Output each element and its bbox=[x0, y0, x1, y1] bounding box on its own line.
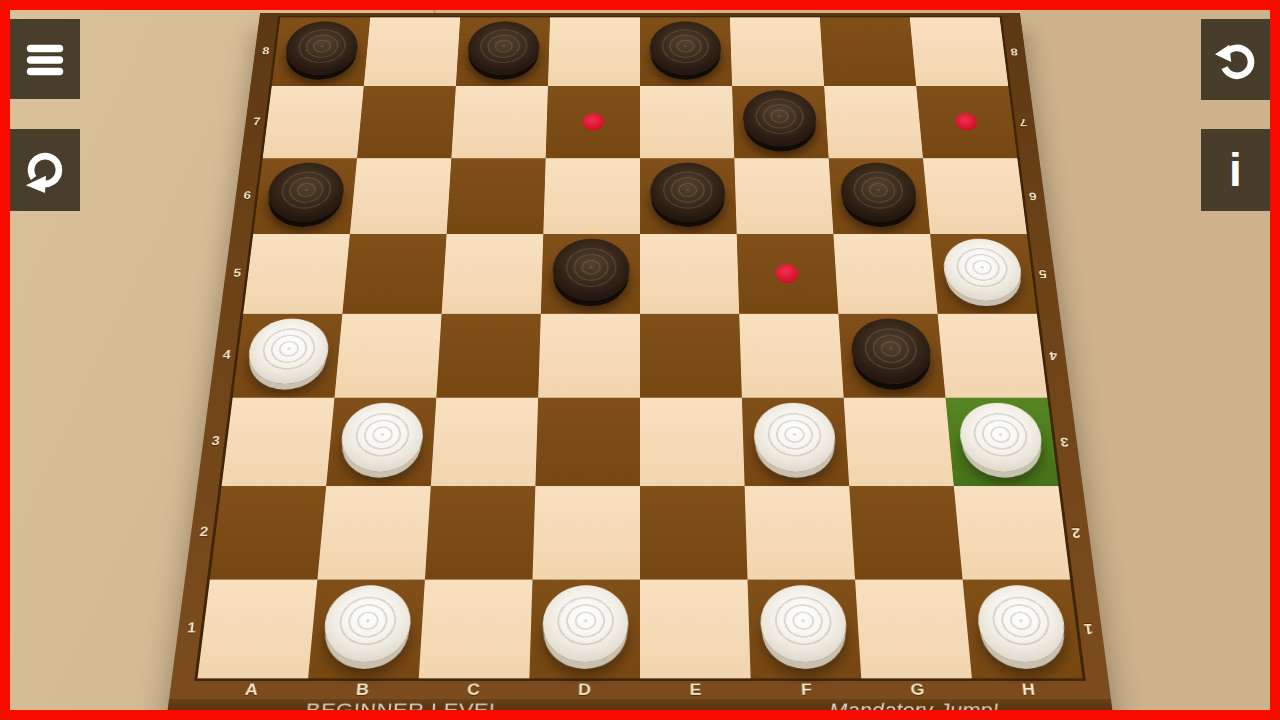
white-piece-d1[interactable] bbox=[542, 585, 629, 662]
file-label-e: E bbox=[640, 681, 751, 699]
piece-rings bbox=[764, 410, 826, 459]
square-a2[interactable] bbox=[210, 486, 326, 579]
square-a7[interactable] bbox=[263, 86, 364, 158]
square-f8[interactable] bbox=[730, 17, 824, 86]
square-d5[interactable] bbox=[541, 234, 640, 314]
square-a3[interactable] bbox=[222, 398, 335, 486]
square-h3[interactable] bbox=[946, 398, 1059, 486]
square-c4[interactable] bbox=[436, 314, 540, 398]
square-a8[interactable] bbox=[272, 17, 371, 86]
square-c6[interactable] bbox=[447, 158, 546, 234]
hamburger-menu-icon bbox=[22, 36, 68, 82]
file-label-g: G bbox=[861, 681, 973, 699]
square-h4[interactable] bbox=[938, 314, 1048, 398]
square-b3[interactable] bbox=[326, 398, 436, 486]
piece-rings bbox=[752, 96, 808, 136]
piece-rings bbox=[257, 326, 320, 373]
square-f7[interactable] bbox=[732, 86, 829, 158]
square-d6[interactable] bbox=[543, 158, 640, 234]
move-dot-d7[interactable] bbox=[582, 113, 604, 130]
black-piece-f7[interactable] bbox=[742, 90, 818, 146]
square-h8[interactable] bbox=[910, 17, 1009, 86]
file-label-d: D bbox=[529, 681, 640, 699]
piece-rings bbox=[350, 410, 414, 459]
square-g2[interactable] bbox=[849, 486, 962, 579]
white-piece-a4[interactable] bbox=[245, 319, 331, 384]
square-b6[interactable] bbox=[350, 158, 451, 234]
info-icon: i bbox=[1229, 147, 1242, 193]
square-a6[interactable] bbox=[253, 158, 357, 234]
checkers-board bbox=[197, 17, 1082, 678]
piece-rings bbox=[660, 169, 716, 211]
black-piece-c8[interactable] bbox=[466, 21, 540, 74]
rotate-board-button[interactable] bbox=[10, 129, 80, 211]
square-b5[interactable] bbox=[342, 234, 446, 314]
square-d3[interactable] bbox=[535, 398, 640, 486]
file-label-f: F bbox=[751, 681, 863, 699]
move-dot-f5[interactable] bbox=[775, 264, 799, 283]
white-piece-b3[interactable] bbox=[339, 403, 425, 472]
square-b1[interactable] bbox=[308, 580, 425, 679]
square-f1[interactable] bbox=[748, 580, 862, 679]
status-label: Mandatory Jump! bbox=[829, 699, 1000, 720]
square-d8[interactable] bbox=[548, 17, 640, 86]
piece-rings bbox=[293, 27, 350, 65]
square-c5[interactable] bbox=[442, 234, 544, 314]
menu-button[interactable] bbox=[10, 19, 80, 99]
square-d2[interactable] bbox=[532, 486, 640, 579]
square-b8[interactable] bbox=[364, 17, 460, 86]
white-piece-f1[interactable] bbox=[759, 585, 848, 662]
square-e5[interactable] bbox=[640, 234, 739, 314]
piece-rings bbox=[659, 27, 712, 65]
file-labels: ABCDEFGH bbox=[195, 681, 1085, 699]
black-piece-e6[interactable] bbox=[650, 163, 726, 222]
file-label-a: A bbox=[195, 681, 308, 699]
square-f2[interactable] bbox=[745, 486, 855, 579]
square-b7[interactable] bbox=[357, 86, 456, 158]
square-g7[interactable] bbox=[824, 86, 923, 158]
piece-rings bbox=[276, 169, 336, 211]
level-label: BEGINNER LEVEL bbox=[305, 699, 502, 720]
white-piece-h3[interactable] bbox=[957, 403, 1046, 472]
undo-icon bbox=[1213, 37, 1259, 83]
square-g6[interactable] bbox=[829, 158, 930, 234]
square-a1[interactable] bbox=[197, 580, 317, 679]
piece-rings bbox=[987, 594, 1056, 649]
square-b2[interactable] bbox=[317, 486, 430, 579]
piece-rings bbox=[849, 169, 908, 211]
square-e3[interactable] bbox=[640, 398, 745, 486]
board-scene: 87654321 87654321 ABCDEFGH BEGINNER LEVE… bbox=[166, 13, 1114, 720]
square-d4[interactable] bbox=[538, 314, 640, 398]
square-c2[interactable] bbox=[425, 486, 535, 579]
white-piece-b1[interactable] bbox=[321, 585, 413, 662]
square-g4[interactable] bbox=[838, 314, 945, 398]
piece-rings bbox=[771, 594, 837, 649]
square-h2[interactable] bbox=[954, 486, 1070, 579]
file-label-b: B bbox=[306, 681, 418, 699]
piece-rings bbox=[968, 410, 1033, 459]
square-c7[interactable] bbox=[451, 86, 548, 158]
black-piece-a8[interactable] bbox=[283, 21, 360, 74]
piece-rings bbox=[476, 27, 531, 65]
square-g5[interactable] bbox=[833, 234, 937, 314]
black-piece-e8[interactable] bbox=[650, 21, 722, 74]
square-e2[interactable] bbox=[640, 486, 748, 579]
black-piece-g6[interactable] bbox=[839, 163, 919, 222]
white-piece-h1[interactable] bbox=[975, 585, 1069, 662]
square-c8[interactable] bbox=[456, 17, 550, 86]
black-piece-a6[interactable] bbox=[265, 163, 346, 222]
move-dot-h7[interactable] bbox=[954, 113, 978, 130]
square-a5[interactable] bbox=[243, 234, 350, 314]
file-label-c: C bbox=[417, 681, 529, 699]
piece-rings bbox=[951, 245, 1013, 290]
white-piece-h5[interactable] bbox=[941, 239, 1025, 301]
square-f4[interactable] bbox=[739, 314, 843, 398]
piece-rings bbox=[553, 594, 617, 649]
square-g3[interactable] bbox=[844, 398, 954, 486]
file-label-h: H bbox=[972, 681, 1085, 699]
undo-button[interactable] bbox=[1201, 19, 1270, 100]
square-c1[interactable] bbox=[419, 580, 533, 679]
square-e1[interactable] bbox=[640, 580, 751, 679]
black-piece-g4[interactable] bbox=[849, 319, 933, 384]
white-piece-f3[interactable] bbox=[753, 403, 837, 472]
square-b4[interactable] bbox=[334, 314, 441, 398]
board-front-face: BEGINNER LEVEL Mandatory Jump! bbox=[166, 699, 1114, 720]
app-screen: 87654321 87654321 ABCDEFGH BEGINNER LEVE… bbox=[0, 0, 1280, 720]
square-e6[interactable] bbox=[640, 158, 737, 234]
piece-rings bbox=[334, 594, 402, 649]
square-e7[interactable] bbox=[640, 86, 734, 158]
rotate-icon bbox=[22, 147, 68, 193]
square-h1[interactable] bbox=[963, 580, 1083, 679]
board-frame: 87654321 87654321 ABCDEFGH BEGINNER LEVE… bbox=[166, 13, 1114, 720]
square-f5[interactable] bbox=[737, 234, 839, 314]
square-g8[interactable] bbox=[820, 17, 916, 86]
square-h5[interactable] bbox=[930, 234, 1037, 314]
square-h7[interactable] bbox=[916, 86, 1017, 158]
square-a4[interactable] bbox=[233, 314, 343, 398]
info-button[interactable]: i bbox=[1201, 129, 1270, 211]
square-e4[interactable] bbox=[640, 314, 742, 398]
square-h6[interactable] bbox=[923, 158, 1027, 234]
piece-rings bbox=[860, 326, 922, 373]
square-e8[interactable] bbox=[640, 17, 732, 86]
square-d7[interactable] bbox=[546, 86, 640, 158]
square-d1[interactable] bbox=[529, 580, 640, 679]
square-f3[interactable] bbox=[742, 398, 849, 486]
square-g1[interactable] bbox=[855, 580, 972, 679]
square-c3[interactable] bbox=[431, 398, 538, 486]
piece-rings bbox=[562, 245, 620, 290]
square-f6[interactable] bbox=[734, 158, 833, 234]
black-piece-d5[interactable] bbox=[552, 239, 630, 301]
